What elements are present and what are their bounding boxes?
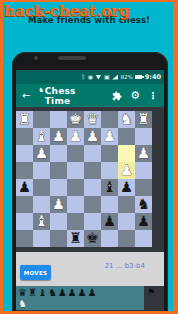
square-h1[interactable]: ♜ [16, 111, 33, 128]
square-f6[interactable]: ♟ [50, 196, 67, 213]
square-d3[interactable] [84, 145, 101, 162]
white-piece: ♟ [137, 145, 150, 162]
square-c3[interactable] [101, 145, 118, 162]
captured-black-piece: ♟ [88, 287, 97, 298]
data-saver-icon: ◉ [88, 74, 93, 80]
square-d7[interactable] [84, 213, 101, 230]
captured-pieces-tray: ♛♜♝♞♟♟♟♟ ♞ [16, 286, 144, 310]
square-e2[interactable]: ♟ [67, 128, 84, 145]
black-piece: ♜ [69, 230, 82, 247]
status-bar: ᛒ◉▣82% 9:40 [16, 70, 164, 84]
square-g2[interactable]: ♝ [33, 128, 50, 145]
battery-icon [135, 75, 142, 79]
watermark: hack-cheat.org [4, 2, 130, 20]
phone-screen: ᛒ◉▣82% 9:40 ← ♞ Chess Time ⚙ ⋮ ♜♚♛♞♜♝♟♟♟… [16, 70, 164, 311]
square-a7[interactable]: ♟ [135, 213, 152, 230]
speaker-grill [58, 56, 86, 60]
square-e5[interactable] [67, 179, 84, 196]
square-h5[interactable]: ♟ [16, 179, 33, 196]
knight-logo-icon: ♞ [38, 86, 43, 94]
overflow-menu-icon[interactable]: ⋮ [148, 91, 158, 101]
square-f1[interactable] [50, 111, 67, 128]
square-c5[interactable]: ♝ [101, 179, 118, 196]
square-h8[interactable] [16, 230, 33, 247]
square-d1[interactable]: ♛ [84, 111, 101, 128]
black-piece: ♟ [103, 213, 116, 230]
captured-black-piece: ♜ [28, 287, 37, 298]
app-title-group: ♞ Chess Time [38, 86, 104, 106]
square-b7[interactable] [118, 213, 135, 230]
captured-black-piece: ♛ [18, 287, 27, 298]
battery-percent: 82% [121, 74, 133, 80]
square-c6[interactable] [101, 196, 118, 213]
white-piece: ♜ [137, 111, 150, 128]
border-left [0, 0, 3, 314]
square-b4[interactable]: ♟ [118, 162, 135, 179]
square-b1[interactable]: ♞ [118, 111, 135, 128]
square-f2[interactable]: ♟ [50, 128, 67, 145]
square-d4[interactable] [84, 162, 101, 179]
white-piece: ♛ [86, 111, 99, 128]
last-move-text: 21 ... b3-b4 [105, 262, 145, 270]
signal-icon [112, 75, 118, 80]
captured-black-piece: ♟ [58, 287, 67, 298]
square-f5[interactable] [50, 179, 67, 196]
white-piece: ♝ [35, 213, 48, 230]
wifi-icon [95, 75, 101, 80]
square-a5[interactable] [135, 179, 152, 196]
square-d6[interactable] [84, 196, 101, 213]
white-piece: ♟ [103, 128, 116, 145]
flag-icon[interactable]: ⚑ [147, 287, 155, 297]
square-b3[interactable] [118, 145, 135, 162]
white-piece: ♚ [69, 111, 82, 128]
square-e7[interactable] [67, 213, 84, 230]
square-e4[interactable] [67, 162, 84, 179]
white-piece: ♟ [120, 162, 133, 179]
square-d5[interactable] [84, 179, 101, 196]
bluetooth-icon: ᛒ [82, 74, 86, 80]
square-e3[interactable] [67, 145, 84, 162]
square-g8[interactable] [33, 230, 50, 247]
white-piece: ♟ [86, 128, 99, 145]
square-h6[interactable] [16, 196, 33, 213]
black-piece: ♟ [137, 213, 150, 230]
square-a2[interactable] [135, 128, 152, 145]
black-piece: ♟ [18, 179, 31, 196]
border-right [173, 0, 178, 314]
white-piece: ♟ [52, 196, 65, 213]
square-b8[interactable] [118, 230, 135, 247]
white-piece: ♟ [52, 128, 65, 145]
square-g4[interactable] [33, 162, 50, 179]
square-f3[interactable] [50, 145, 67, 162]
square-f7[interactable] [50, 213, 67, 230]
camera-dot [34, 56, 38, 60]
square-g3[interactable]: ♟ [33, 145, 50, 162]
square-c2[interactable]: ♟ [101, 128, 118, 145]
square-g6[interactable] [33, 196, 50, 213]
move-panel: MOVES 21 ... b3-b4 [16, 252, 164, 286]
square-e1[interactable]: ♚ [67, 111, 84, 128]
square-a1[interactable]: ♜ [135, 111, 152, 128]
screenshot: hack-cheat.org Make friends with chess! … [0, 0, 178, 314]
puzzle-icon[interactable] [112, 91, 122, 101]
square-d2[interactable]: ♟ [84, 128, 101, 145]
black-piece: ♚ [86, 230, 99, 247]
white-piece: ♜ [18, 111, 31, 128]
white-piece: ♟ [69, 128, 82, 145]
captured-white-pieces: ♞ [18, 298, 142, 309]
square-f8[interactable] [50, 230, 67, 247]
square-a3[interactable]: ♟ [135, 145, 152, 162]
black-piece: ♝ [103, 179, 116, 196]
app-bar: ← ♞ Chess Time ⚙ ⋮ [16, 84, 164, 107]
square-c7[interactable]: ♟ [101, 213, 118, 230]
moves-button[interactable]: MOVES [20, 265, 51, 280]
square-h7[interactable] [16, 213, 33, 230]
square-b2[interactable] [118, 128, 135, 145]
captured-black-piece: ♟ [68, 287, 77, 298]
square-b5[interactable]: ♟ [118, 179, 135, 196]
white-piece: ♟ [35, 145, 48, 162]
black-piece: ♞ [137, 196, 150, 213]
app-title: Chess Time [45, 86, 104, 106]
captured-black-piece: ♞ [48, 287, 57, 298]
captured-white-piece: ♞ [18, 298, 27, 309]
black-piece: ♟ [120, 179, 133, 196]
chess-board[interactable]: ♜♚♛♞♜♝♟♟♟♟♟♟♟♟♝♟♟♞♝♟♟♜♚ [16, 111, 152, 247]
status-time: 9:40 [145, 73, 161, 81]
square-e8[interactable]: ♜ [67, 230, 84, 247]
white-piece: ♝ [35, 128, 48, 145]
border-top [0, 0, 178, 2]
sim-icon: ▣ [104, 74, 110, 80]
captured-black-piece: ♝ [38, 287, 47, 298]
square-e6[interactable] [67, 196, 84, 213]
square-g1[interactable] [33, 111, 50, 128]
square-a4[interactable] [135, 162, 152, 179]
square-h4[interactable] [16, 162, 33, 179]
square-g5[interactable] [33, 179, 50, 196]
square-a8[interactable] [135, 230, 152, 247]
captured-black-pieces: ♛♜♝♞♟♟♟♟ [18, 287, 142, 298]
square-c8[interactable] [101, 230, 118, 247]
captured-black-piece: ♟ [78, 287, 87, 298]
square-c1[interactable] [101, 111, 118, 128]
square-d8[interactable]: ♚ [84, 230, 101, 247]
square-g7[interactable]: ♝ [33, 213, 50, 230]
square-b6[interactable] [118, 196, 135, 213]
square-h2[interactable] [16, 128, 33, 145]
square-h3[interactable] [16, 145, 33, 162]
back-arrow-icon[interactable]: ← [22, 91, 30, 101]
white-piece: ♞ [120, 111, 133, 128]
square-c4[interactable] [101, 162, 118, 179]
square-f4[interactable] [50, 162, 67, 179]
gear-icon[interactable]: ⚙ [130, 90, 140, 101]
square-a6[interactable]: ♞ [135, 196, 152, 213]
